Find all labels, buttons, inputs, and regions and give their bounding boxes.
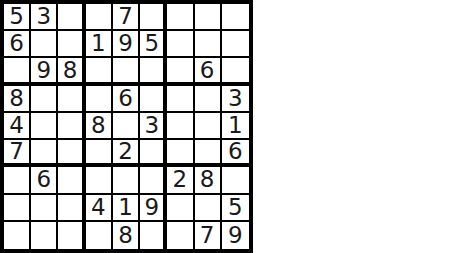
cell-r2c2[interactable]: [31, 31, 58, 58]
cell-r4c2[interactable]: [31, 86, 58, 113]
cell-r5c1[interactable]: 4: [4, 113, 31, 140]
cell-r9c3[interactable]: [58, 222, 85, 249]
cell-r3c4[interactable]: [86, 58, 113, 85]
cell-r1c1[interactable]: 5: [4, 4, 31, 31]
page: 537619598686348317266284195879: [0, 0, 474, 253]
sudoku-board: 537619598686348317266284195879: [0, 0, 253, 253]
cell-r6c6[interactable]: [140, 140, 167, 167]
cell-r3c1[interactable]: [4, 58, 31, 85]
cell-r8c5[interactable]: 1: [113, 195, 140, 222]
cell-r5c6[interactable]: 3: [140, 113, 167, 140]
cell-r4c1[interactable]: 8: [4, 86, 31, 113]
cell-r2c3[interactable]: [58, 31, 85, 58]
cell-r8c7[interactable]: [167, 195, 194, 222]
cell-r1c5[interactable]: 7: [113, 4, 140, 31]
cell-r6c1[interactable]: 7: [4, 140, 31, 167]
cell-r7c9[interactable]: [222, 167, 249, 194]
cell-r2c8[interactable]: [195, 31, 222, 58]
cell-r4c6[interactable]: [140, 86, 167, 113]
cell-r5c5[interactable]: [113, 113, 140, 140]
cell-r9c8[interactable]: 7: [195, 222, 222, 249]
cell-r6c8[interactable]: [195, 140, 222, 167]
cell-r3c7[interactable]: [167, 58, 194, 85]
cell-r8c6[interactable]: 9: [140, 195, 167, 222]
cell-r9c7[interactable]: [167, 222, 194, 249]
cell-r6c5[interactable]: 2: [113, 140, 140, 167]
cell-r6c3[interactable]: [58, 140, 85, 167]
cell-r1c8[interactable]: [195, 4, 222, 31]
cell-r4c4[interactable]: [86, 86, 113, 113]
cell-r9c4[interactable]: [86, 222, 113, 249]
cell-r2c7[interactable]: [167, 31, 194, 58]
cell-r5c2[interactable]: [31, 113, 58, 140]
cell-r8c9[interactable]: 5: [222, 195, 249, 222]
cell-r4c5[interactable]: 6: [113, 86, 140, 113]
cell-r7c5[interactable]: [113, 167, 140, 194]
cell-r7c8[interactable]: 8: [195, 167, 222, 194]
cell-r5c4[interactable]: 8: [86, 113, 113, 140]
cell-r6c9[interactable]: 6: [222, 140, 249, 167]
cell-r3c8[interactable]: 6: [195, 58, 222, 85]
cell-r7c1[interactable]: [4, 167, 31, 194]
cell-r7c3[interactable]: [58, 167, 85, 194]
cell-r2c1[interactable]: 6: [4, 31, 31, 58]
cell-r8c8[interactable]: [195, 195, 222, 222]
cell-r1c3[interactable]: [58, 4, 85, 31]
cell-r6c7[interactable]: [167, 140, 194, 167]
cell-r7c2[interactable]: 6: [31, 167, 58, 194]
cell-r9c2[interactable]: [31, 222, 58, 249]
cell-r8c4[interactable]: 4: [86, 195, 113, 222]
cell-r4c8[interactable]: [195, 86, 222, 113]
cell-r4c7[interactable]: [167, 86, 194, 113]
cell-r1c6[interactable]: [140, 4, 167, 31]
cell-r8c1[interactable]: [4, 195, 31, 222]
cell-r9c5[interactable]: 8: [113, 222, 140, 249]
cell-r3c5[interactable]: [113, 58, 140, 85]
cell-r2c4[interactable]: 1: [86, 31, 113, 58]
cell-r9c9[interactable]: 9: [222, 222, 249, 249]
cell-r1c7[interactable]: [167, 4, 194, 31]
cell-r4c9[interactable]: 3: [222, 86, 249, 113]
cell-r5c9[interactable]: 1: [222, 113, 249, 140]
cell-r2c6[interactable]: 5: [140, 31, 167, 58]
cell-r7c7[interactable]: 2: [167, 167, 194, 194]
cell-r5c8[interactable]: [195, 113, 222, 140]
cell-r1c2[interactable]: 3: [31, 4, 58, 31]
cell-r8c3[interactable]: [58, 195, 85, 222]
cell-r5c7[interactable]: [167, 113, 194, 140]
cell-r8c2[interactable]: [31, 195, 58, 222]
cell-r3c3[interactable]: 8: [58, 58, 85, 85]
cell-r9c6[interactable]: [140, 222, 167, 249]
cell-r7c6[interactable]: [140, 167, 167, 194]
cell-r2c9[interactable]: [222, 31, 249, 58]
cell-r7c4[interactable]: [86, 167, 113, 194]
cell-r1c9[interactable]: [222, 4, 249, 31]
cell-r4c3[interactable]: [58, 86, 85, 113]
cell-r3c6[interactable]: [140, 58, 167, 85]
cell-r5c3[interactable]: [58, 113, 85, 140]
cell-r3c9[interactable]: [222, 58, 249, 85]
cell-r2c5[interactable]: 9: [113, 31, 140, 58]
cell-r6c2[interactable]: [31, 140, 58, 167]
cell-r9c1[interactable]: [4, 222, 31, 249]
cell-r6c4[interactable]: [86, 140, 113, 167]
cell-r1c4[interactable]: [86, 4, 113, 31]
cell-r3c2[interactable]: 9: [31, 58, 58, 85]
